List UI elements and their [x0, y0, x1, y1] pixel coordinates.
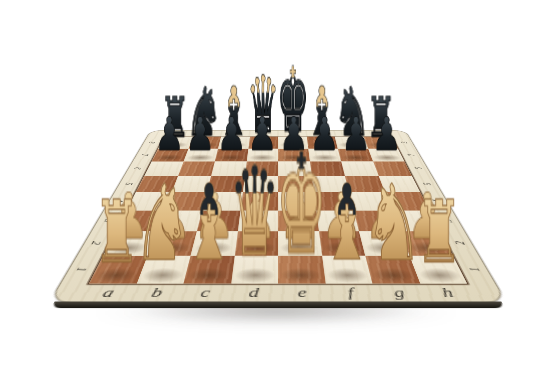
white-rook: ♜ — [416, 189, 462, 275]
square-b1: ♞ — [136, 255, 190, 283]
file-label-a: a — [80, 285, 135, 300]
white-knight: ♞ — [134, 170, 192, 275]
white-queen: ♛♛ — [230, 152, 280, 275]
rank-label-7-right: 7 — [393, 151, 428, 159]
contrast-top: ♝ — [184, 171, 234, 275]
white-king: ♚♚ — [276, 137, 327, 275]
square-h1: ♜ — [409, 255, 467, 283]
file-label-d: d — [229, 285, 278, 300]
file-label-h: h — [420, 285, 475, 300]
square-g1: ♞ — [365, 255, 419, 283]
file-labels-front: abcdefgh — [79, 284, 476, 303]
chess-board: ♜♞♝♝♛♛♚♚♝♝♞♜♟♟♟♟♟♟♟♟♟♟♟♟♟♟♟♟♜♞♝♝♛♛♚♚♝♝♞♜… — [48, 130, 508, 303]
white-bishop: ♝♝ — [184, 171, 234, 275]
file-label-b: b — [130, 285, 183, 300]
square-b7: ♟ — [183, 148, 218, 161]
black-pawn: ♟ — [341, 112, 371, 158]
rank-label-8-left: 8 — [136, 139, 169, 146]
white-knight: ♞ — [365, 170, 423, 275]
black-pawn: ♟ — [185, 112, 215, 158]
file-label-c: c — [179, 285, 230, 300]
contrast-top: ♚ — [276, 137, 327, 275]
rank-label-7-left: 7 — [128, 151, 163, 159]
file-label-f: f — [325, 285, 376, 300]
file-label-e: e — [278, 285, 327, 300]
file-label-g: g — [373, 285, 426, 300]
square-g7: ♟ — [338, 148, 373, 161]
chess-set-photo: ♜♞♝♝♛♛♚♚♝♝♞♜♟♟♟♟♟♟♟♟♟♟♟♟♟♟♟♟♜♞♝♝♛♛♚♚♝♝♞♜… — [0, 0, 550, 385]
contrast-top: ♛ — [230, 152, 280, 275]
rank-label-8-right: 8 — [387, 139, 420, 146]
square-d1: ♛♛ — [231, 255, 278, 283]
square-c1: ♝♝ — [184, 255, 235, 283]
square-e1: ♚♚ — [278, 255, 325, 283]
